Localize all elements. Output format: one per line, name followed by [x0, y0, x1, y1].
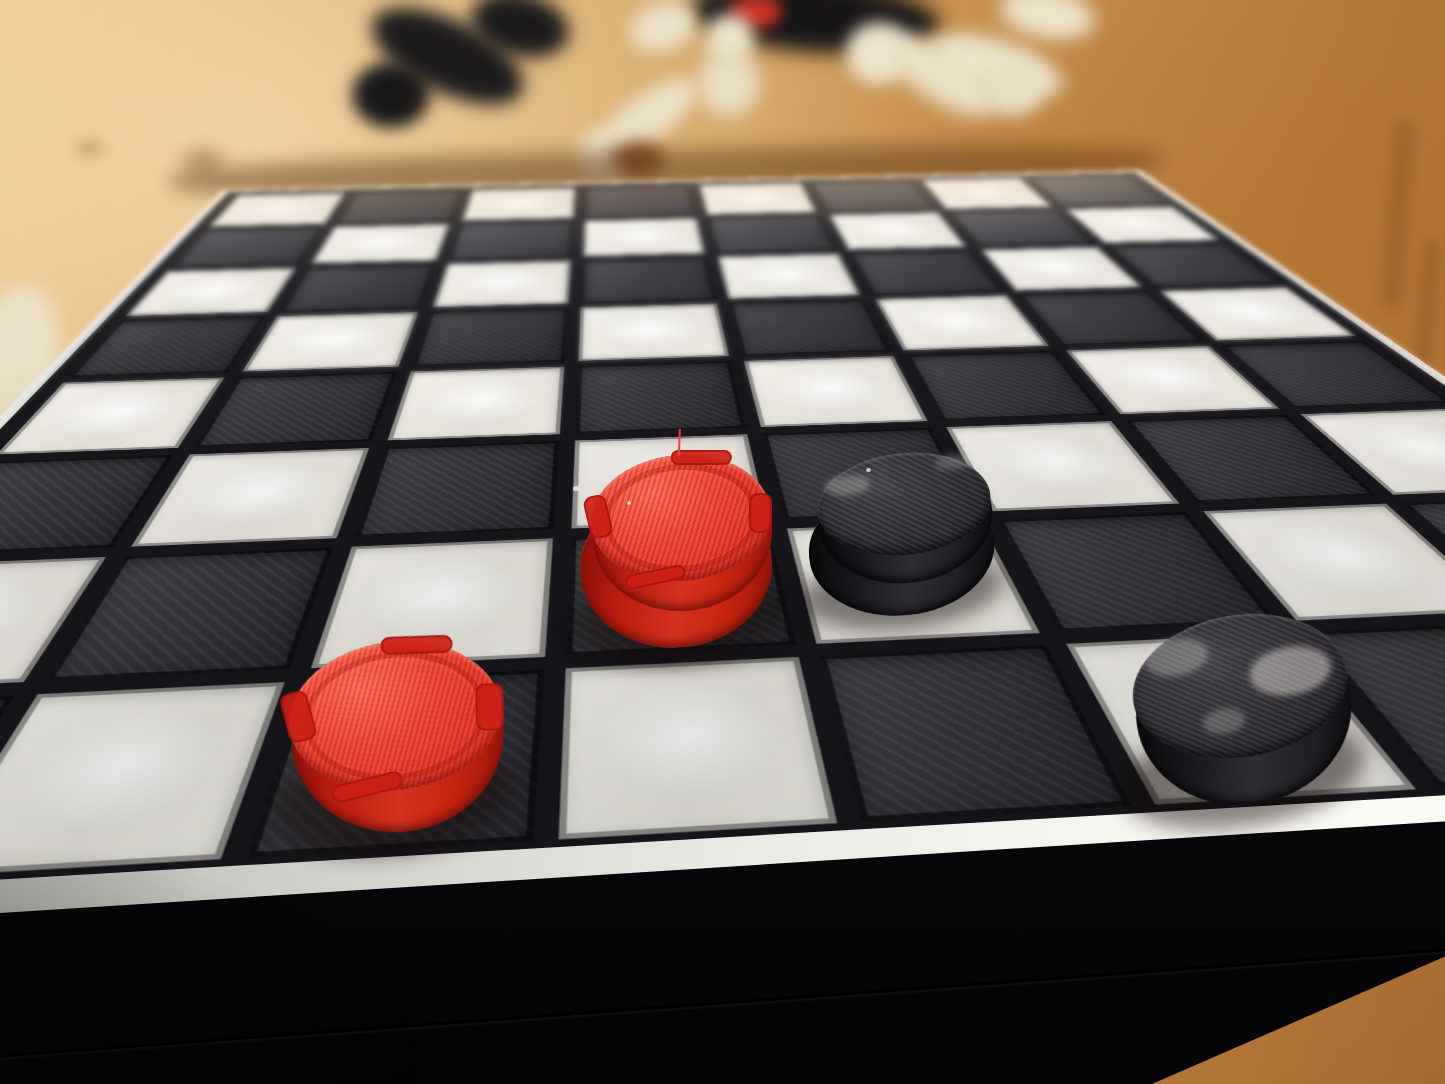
- checker-rim-ring: [297, 642, 493, 791]
- square-a7[interactable]: [171, 227, 323, 267]
- blurred-black-chess-piece-head: [352, 62, 430, 128]
- square-d8[interactable]: [585, 185, 697, 217]
- square-e6[interactable]: [717, 253, 861, 299]
- square-d5[interactable]: [579, 304, 729, 361]
- dust-speck: [866, 468, 871, 472]
- scuff-mark: [934, 452, 974, 472]
- square-e8[interactable]: [699, 183, 817, 215]
- square-a8[interactable]: [209, 193, 346, 227]
- rim-notch: [380, 635, 453, 655]
- square-c8[interactable]: [461, 188, 576, 221]
- rim-notch: [749, 493, 773, 534]
- photo-of-checkers-board: [0, 0, 1445, 1084]
- square-a6[interactable]: [125, 267, 296, 316]
- square-e7[interactable]: [707, 215, 837, 253]
- square-c4[interactable]: [387, 367, 565, 441]
- square-a5[interactable]: [69, 317, 265, 377]
- blurred-white-piece-flared-base: [982, 60, 1044, 116]
- square-d1[interactable]: [559, 657, 837, 839]
- square-g8[interactable]: [921, 178, 1053, 209]
- dust-speck: [627, 501, 631, 505]
- square-h7[interactable]: [1065, 206, 1219, 242]
- square-e5[interactable]: [729, 299, 890, 355]
- square-h8[interactable]: [1029, 175, 1168, 206]
- scuff-mark: [1200, 706, 1247, 738]
- square-f7[interactable]: [828, 212, 966, 249]
- wood-knot-small: [70, 135, 110, 161]
- square-c5[interactable]: [412, 308, 569, 366]
- square-c7[interactable]: [448, 221, 574, 260]
- square-b1[interactable]: [0, 682, 283, 876]
- red-checker-c1[interactable]: [247, 596, 547, 877]
- blurred-white-chess-piece-body: [698, 52, 760, 116]
- square-f8[interactable]: [810, 180, 935, 212]
- red-checker-stack-of-2-d2[interactable]: [553, 415, 814, 685]
- scuff-mark: [1141, 634, 1211, 681]
- square-a4[interactable]: [0, 377, 224, 454]
- square-b4[interactable]: [194, 372, 396, 447]
- square-c3[interactable]: [354, 441, 560, 537]
- square-b6[interactable]: [280, 264, 435, 312]
- dust-speck: [573, 486, 579, 491]
- square-d6[interactable]: [581, 257, 716, 304]
- black-checker-stack-of-2-e2[interactable]: [779, 411, 1035, 654]
- checker-rim-ring: [599, 457, 763, 578]
- scuff-mark: [824, 473, 871, 498]
- square-d7[interactable]: [583, 218, 705, 257]
- square-f6[interactable]: [849, 250, 1003, 295]
- scuff-mark: [1246, 641, 1335, 702]
- rim-notch: [475, 684, 503, 732]
- square-b8[interactable]: [336, 190, 462, 223]
- square-b5[interactable]: [242, 312, 418, 371]
- square-c6[interactable]: [432, 260, 572, 307]
- black-checker-f1[interactable]: [1088, 565, 1400, 855]
- square-b7[interactable]: [310, 224, 449, 264]
- square-f5[interactable]: [875, 295, 1048, 350]
